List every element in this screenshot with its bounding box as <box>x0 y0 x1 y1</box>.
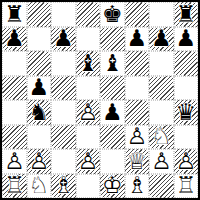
square-c4[interactable] <box>51 100 76 125</box>
square-h3[interactable] <box>174 125 199 150</box>
square-h4[interactable]: ♛ <box>174 100 199 125</box>
square-e5[interactable] <box>100 76 125 101</box>
square-d2[interactable]: ♟♙ <box>76 149 101 174</box>
square-g5[interactable] <box>149 76 174 101</box>
square-c8[interactable] <box>51 2 76 27</box>
square-d5[interactable] <box>76 76 101 101</box>
white-pawn-piece: ♟♙ <box>125 125 150 150</box>
square-f2[interactable]: ♛♕ <box>125 149 150 174</box>
square-g6[interactable] <box>149 51 174 76</box>
square-a7[interactable]: ♟ <box>2 27 27 52</box>
square-d6[interactable]: ♝ <box>76 51 101 76</box>
square-c2[interactable] <box>51 149 76 174</box>
black-pawn-piece: ♟ <box>125 27 150 52</box>
square-a8[interactable]: ♜ <box>2 2 27 27</box>
square-c3[interactable] <box>51 125 76 150</box>
square-f4[interactable] <box>125 100 150 125</box>
white-bishop-piece: ♝♗ <box>125 174 150 199</box>
square-g3[interactable]: ♞♘ <box>149 125 174 150</box>
square-g7[interactable]: ♟ <box>149 27 174 52</box>
square-h8[interactable]: ♜ <box>174 2 199 27</box>
white-pawn-piece: ♟♙ <box>2 149 27 174</box>
white-pawn-piece: ♟♙ <box>76 149 101 174</box>
black-pawn-piece: ♟ <box>149 27 174 52</box>
square-g2[interactable]: ♟♙ <box>149 149 174 174</box>
square-c7[interactable]: ♟ <box>51 27 76 52</box>
black-rook-piece: ♜ <box>174 2 199 27</box>
white-bishop-piece: ♝♗ <box>51 174 76 199</box>
square-f8[interactable] <box>125 2 150 27</box>
square-e7[interactable] <box>100 27 125 52</box>
white-pawn-piece: ♟♙ <box>149 149 174 174</box>
square-g8[interactable] <box>149 2 174 27</box>
square-h5[interactable] <box>174 76 199 101</box>
square-h1[interactable]: ♜♖ <box>174 174 199 199</box>
square-b1[interactable]: ♞♘ <box>27 174 52 199</box>
square-c5[interactable] <box>51 76 76 101</box>
square-e8[interactable]: ♚ <box>100 2 125 27</box>
square-g1[interactable] <box>149 174 174 199</box>
black-king-piece: ♚ <box>100 2 125 27</box>
square-f6[interactable] <box>125 51 150 76</box>
black-bishop-piece: ♝ <box>76 51 101 76</box>
square-a1[interactable]: ♜♖ <box>2 174 27 199</box>
white-pawn-piece: ♟♙ <box>174 149 199 174</box>
black-pawn-piece: ♟ <box>100 100 125 125</box>
square-b3[interactable] <box>27 125 52 150</box>
square-h6[interactable] <box>174 51 199 76</box>
black-rook-piece: ♜ <box>2 2 27 27</box>
white-knight-piece: ♞♘ <box>149 125 174 150</box>
square-d1[interactable] <box>76 174 101 199</box>
white-knight-piece: ♞♘ <box>27 174 52 199</box>
white-rook-piece: ♜♖ <box>174 174 199 199</box>
white-rook-piece: ♜♖ <box>2 174 27 199</box>
square-b6[interactable] <box>27 51 52 76</box>
square-c6[interactable] <box>51 51 76 76</box>
square-a2[interactable]: ♟♙ <box>2 149 27 174</box>
square-d7[interactable] <box>76 27 101 52</box>
square-a5[interactable] <box>2 76 27 101</box>
square-e4[interactable]: ♟ <box>100 100 125 125</box>
square-a4[interactable] <box>2 100 27 125</box>
square-b2[interactable]: ♟♙ <box>27 149 52 174</box>
square-f1[interactable]: ♝♗ <box>125 174 150 199</box>
square-g4[interactable] <box>149 100 174 125</box>
black-knight-piece: ♞ <box>27 100 52 125</box>
square-e2[interactable] <box>100 149 125 174</box>
black-pawn-piece: ♟ <box>2 27 27 52</box>
black-pawn-piece: ♟ <box>51 27 76 52</box>
black-bishop-piece: ♝ <box>100 51 125 76</box>
white-pawn-piece: ♟♙ <box>76 100 101 125</box>
square-d3[interactable] <box>76 125 101 150</box>
square-b4[interactable]: ♞ <box>27 100 52 125</box>
square-f7[interactable]: ♟ <box>125 27 150 52</box>
square-c1[interactable]: ♝♗ <box>51 174 76 199</box>
chess-board: ♜♚♜♟♟♟♟♟♝♝♟♞♟♙♟♛♟♙♞♘♟♙♟♙♟♙♛♕♟♙♟♙♜♖♞♘♝♗♚♔… <box>0 0 200 200</box>
black-pawn-piece: ♟ <box>27 76 52 101</box>
square-a3[interactable] <box>2 125 27 150</box>
square-d8[interactable] <box>76 2 101 27</box>
square-h2[interactable]: ♟♙ <box>174 149 199 174</box>
square-e6[interactable]: ♝ <box>100 51 125 76</box>
square-f3[interactable]: ♟♙ <box>125 125 150 150</box>
black-queen-piece: ♛ <box>174 100 199 125</box>
white-king-piece: ♚♔ <box>100 174 125 199</box>
black-pawn-piece: ♟ <box>174 27 199 52</box>
square-e3[interactable] <box>100 125 125 150</box>
square-d4[interactable]: ♟♙ <box>76 100 101 125</box>
white-pawn-piece: ♟♙ <box>27 149 52 174</box>
white-queen-piece: ♛♕ <box>125 149 150 174</box>
square-b5[interactable]: ♟ <box>27 76 52 101</box>
square-b7[interactable] <box>27 27 52 52</box>
square-a6[interactable] <box>2 51 27 76</box>
square-h7[interactable]: ♟ <box>174 27 199 52</box>
square-b8[interactable] <box>27 2 52 27</box>
square-e1[interactable]: ♚♔ <box>100 174 125 199</box>
square-f5[interactable] <box>125 76 150 101</box>
